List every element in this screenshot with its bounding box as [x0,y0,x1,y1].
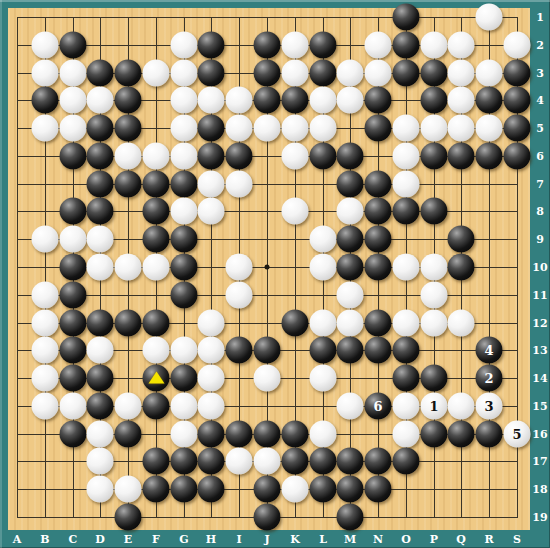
stone-H3-black[interactable] [198,60,225,87]
stone-D12-black[interactable] [87,310,114,337]
row-label-16: 16 [532,428,547,441]
stone-G17-black[interactable] [171,448,198,475]
stone-F18-black[interactable] [143,476,170,503]
row-label-9: 9 [536,233,544,246]
stone-L6-black[interactable] [310,143,337,170]
stone-I7-white[interactable] [226,171,253,198]
stone-M12-white[interactable] [337,310,364,337]
stone-E16-black[interactable] [115,421,142,448]
move-number-label: 6 [373,400,382,413]
stone-J3-black[interactable] [254,60,281,87]
stone-O10-white[interactable] [393,254,420,281]
stone-L17-black[interactable] [310,448,337,475]
stone-M15-white[interactable] [337,393,364,420]
stone-E4-black[interactable] [115,87,142,114]
stone-E19-black[interactable] [115,504,142,531]
stone-R6-black[interactable] [476,143,503,170]
row-label-3: 3 [536,67,544,80]
stone-K16-black[interactable] [282,421,309,448]
row-label-7: 7 [536,178,544,191]
stone-G4-white[interactable] [171,87,198,114]
stone-E10-white[interactable] [115,254,142,281]
stone-L3-black[interactable] [310,60,337,87]
stone-D14-black[interactable] [87,365,114,392]
col-label-P: P [430,533,438,546]
stone-P8-black[interactable] [421,198,448,225]
stone-O8-black[interactable] [393,198,420,225]
col-label-L: L [319,533,327,546]
stone-C10-black[interactable] [60,254,87,281]
go-client-window: 426135 ABCDEFGHIJKLMNOPQRS 1234567891011… [0,0,550,548]
stone-D16-white[interactable] [87,421,114,448]
stone-P6-black[interactable] [421,143,448,170]
stone-R1-white[interactable] [476,4,503,31]
stone-R13-black[interactable]: 4 [476,337,503,364]
hoshi-point [265,265,270,270]
stone-H15-white[interactable] [198,393,225,420]
row-label-13: 13 [532,344,547,357]
stone-N2-white[interactable] [365,32,392,59]
stone-O2-black[interactable] [393,32,420,59]
stone-P2-white[interactable] [421,32,448,59]
col-label-O: O [401,533,411,546]
stone-S3-black[interactable] [504,60,531,87]
stone-N7-black[interactable] [365,171,392,198]
stone-Q6-black[interactable] [448,143,475,170]
stone-K5-white[interactable] [282,115,309,142]
stone-G10-black[interactable] [171,254,198,281]
stone-I13-black[interactable] [226,337,253,364]
stone-O13-black[interactable] [393,337,420,364]
col-label-M: M [344,533,356,546]
stone-P11-white[interactable] [421,282,448,309]
stone-B13-white[interactable] [32,337,59,364]
stone-B9-white[interactable] [32,226,59,253]
stone-S5-black[interactable] [504,115,531,142]
stone-F3-white[interactable] [143,60,170,87]
col-label-B: B [40,533,49,546]
stone-Q12-white[interactable] [448,310,475,337]
stone-J17-white[interactable] [254,448,281,475]
stone-G3-white[interactable] [171,60,198,87]
stone-H14-white[interactable] [198,365,225,392]
stone-O1-black[interactable] [393,4,420,31]
row-label-15: 15 [532,400,547,413]
stone-M10-black[interactable] [337,254,364,281]
stone-D18-white[interactable] [87,476,114,503]
stone-C3-white[interactable] [60,60,87,87]
stone-C13-black[interactable] [60,337,87,364]
row-label-12: 12 [532,317,547,330]
stone-B12-white[interactable] [32,310,59,337]
stone-L9-white[interactable] [310,226,337,253]
stone-J4-black[interactable] [254,87,281,114]
stone-D6-black[interactable] [87,143,114,170]
stone-H12-white[interactable] [198,310,225,337]
col-label-R: R [484,533,493,546]
row-label-10: 10 [532,261,547,274]
stone-H8-white[interactable] [198,198,225,225]
stone-L2-black[interactable] [310,32,337,59]
stone-E15-white[interactable] [115,393,142,420]
stone-B3-white[interactable] [32,60,59,87]
triangle-marker-icon [148,371,164,383]
col-label-N: N [373,533,383,546]
stone-F9-black[interactable] [143,226,170,253]
stone-Q5-white[interactable] [448,115,475,142]
stone-L5-white[interactable] [310,115,337,142]
stone-Q3-white[interactable] [448,60,475,87]
col-label-I: I [236,533,241,546]
stone-D7-black[interactable] [87,171,114,198]
stone-N18-black[interactable] [365,476,392,503]
stone-G15-white[interactable] [171,393,198,420]
stone-M8-white[interactable] [337,198,364,225]
stone-S6-black[interactable] [504,143,531,170]
col-label-G: G [179,533,188,546]
stone-H7-white[interactable] [198,171,225,198]
stone-D10-white[interactable] [87,254,114,281]
stone-R14-black[interactable]: 2 [476,365,503,392]
stone-K4-black[interactable] [282,87,309,114]
stone-D3-black[interactable] [87,60,114,87]
stone-J19-black[interactable] [254,504,281,531]
stone-G9-black[interactable] [171,226,198,253]
stone-D4-white[interactable] [87,87,114,114]
stone-D15-black[interactable] [87,393,114,420]
stone-H5-black[interactable] [198,115,225,142]
stone-M11-white[interactable] [337,282,364,309]
stone-P14-black[interactable] [421,365,448,392]
move-number-label: 4 [484,344,493,357]
stone-N15-black[interactable]: 6 [365,393,392,420]
stone-C14-black[interactable] [60,365,87,392]
stone-E12-black[interactable] [115,310,142,337]
stone-L10-white[interactable] [310,254,337,281]
stone-G8-white[interactable] [171,198,198,225]
stone-C11-black[interactable] [60,282,87,309]
stone-J2-black[interactable] [254,32,281,59]
stone-I16-black[interactable] [226,421,253,448]
stone-H18-black[interactable] [198,476,225,503]
row-label-8: 8 [536,205,544,218]
stone-Q4-white[interactable] [448,87,475,114]
stone-J13-black[interactable] [254,337,281,364]
col-label-A: A [13,533,22,546]
stone-K17-black[interactable] [282,448,309,475]
stone-O14-black[interactable] [393,365,420,392]
stone-I17-white[interactable] [226,448,253,475]
stone-N13-black[interactable] [365,337,392,364]
stone-M13-black[interactable] [337,337,364,364]
stone-R4-black[interactable] [476,87,503,114]
go-board[interactable]: 426135 [8,8,530,530]
stone-C4-white[interactable] [60,87,87,114]
stone-M4-white[interactable] [337,87,364,114]
row-label-4: 4 [536,94,544,107]
stone-P15-white[interactable]: 1 [421,393,448,420]
stone-S4-black[interactable] [504,87,531,114]
stone-G18-black[interactable] [171,476,198,503]
stone-G7-black[interactable] [171,171,198,198]
stone-M17-black[interactable] [337,448,364,475]
stone-M9-black[interactable] [337,226,364,253]
stone-F8-black[interactable] [143,198,170,225]
move-number-label: 1 [429,400,438,413]
stone-L16-white[interactable] [310,421,337,448]
stone-N4-black[interactable] [365,87,392,114]
row-label-19: 19 [532,511,547,524]
stone-R16-black[interactable] [476,421,503,448]
stone-O17-black[interactable] [393,448,420,475]
stone-G13-white[interactable] [171,337,198,364]
stone-H2-black[interactable] [198,32,225,59]
stone-I10-white[interactable] [226,254,253,281]
col-label-E: E [124,533,132,546]
stone-N5-black[interactable] [365,115,392,142]
stone-I6-black[interactable] [226,143,253,170]
stone-I4-white[interactable] [226,87,253,114]
stone-L12-white[interactable] [310,310,337,337]
stone-Q10-black[interactable] [448,254,475,281]
stone-F12-black[interactable] [143,310,170,337]
stone-O12-white[interactable] [393,310,420,337]
stone-K3-white[interactable] [282,60,309,87]
row-label-14: 14 [532,372,547,385]
move-number-label: 3 [484,400,493,413]
stone-F13-white[interactable] [143,337,170,364]
row-label-5: 5 [536,122,544,135]
stone-F14-black[interactable] [143,365,170,392]
stone-F17-black[interactable] [143,448,170,475]
stone-L4-white[interactable] [310,87,337,114]
stone-M18-black[interactable] [337,476,364,503]
stone-N12-black[interactable] [365,310,392,337]
stone-J5-white[interactable] [254,115,281,142]
stone-J16-black[interactable] [254,421,281,448]
stone-C12-black[interactable] [60,310,87,337]
stone-E6-white[interactable] [115,143,142,170]
stone-C16-black[interactable] [60,421,87,448]
row-label-17: 17 [532,455,547,468]
stone-O5-white[interactable] [393,115,420,142]
stone-M6-black[interactable] [337,143,364,170]
row-label-6: 6 [536,150,544,163]
stone-Q2-white[interactable] [448,32,475,59]
stone-Q16-black[interactable] [448,421,475,448]
stone-K6-white[interactable] [282,143,309,170]
col-label-D: D [95,533,105,546]
stone-B14-white[interactable] [32,365,59,392]
stone-F6-white[interactable] [143,143,170,170]
stone-P12-white[interactable] [421,310,448,337]
stone-O16-white[interactable] [393,421,420,448]
stone-R3-white[interactable] [476,60,503,87]
stone-B4-black[interactable] [32,87,59,114]
stone-L18-black[interactable] [310,476,337,503]
stone-D5-black[interactable] [87,115,114,142]
stone-C8-black[interactable] [60,198,87,225]
stone-K18-white[interactable] [282,476,309,503]
stone-M3-white[interactable] [337,60,364,87]
stone-H16-black[interactable] [198,421,225,448]
stone-B5-white[interactable] [32,115,59,142]
stone-N10-black[interactable] [365,254,392,281]
stone-M19-black[interactable] [337,504,364,531]
col-label-C: C [69,533,78,546]
col-label-F: F [152,533,160,546]
stone-C9-white[interactable] [60,226,87,253]
stone-J18-black[interactable] [254,476,281,503]
stone-R5-white[interactable] [476,115,503,142]
stone-D8-black[interactable] [87,198,114,225]
stone-N17-black[interactable] [365,448,392,475]
stone-K12-black[interactable] [282,310,309,337]
col-label-K: K [290,533,300,546]
stone-N3-white[interactable] [365,60,392,87]
row-label-11: 11 [532,289,547,302]
stone-E18-white[interactable] [115,476,142,503]
stone-G11-black[interactable] [171,282,198,309]
stone-E3-black[interactable] [115,60,142,87]
stone-E7-black[interactable] [115,171,142,198]
stone-S16-white[interactable]: 5 [504,421,531,448]
stone-H17-black[interactable] [198,448,225,475]
stone-P16-black[interactable] [421,421,448,448]
stone-I11-white[interactable] [226,282,253,309]
stone-O6-white[interactable] [393,143,420,170]
move-number-label: 5 [512,428,521,441]
stone-F7-black[interactable] [143,171,170,198]
stone-C5-white[interactable] [60,115,87,142]
stone-C6-black[interactable] [60,143,87,170]
stone-P4-black[interactable] [421,87,448,114]
stone-G5-white[interactable] [171,115,198,142]
row-label-18: 18 [532,483,547,496]
stone-H4-white[interactable] [198,87,225,114]
stone-K8-white[interactable] [282,198,309,225]
stone-H6-black[interactable] [198,143,225,170]
col-label-Q: Q [456,533,466,546]
stone-P5-white[interactable] [421,115,448,142]
col-label-H: H [206,533,216,546]
stone-B2-white[interactable] [32,32,59,59]
stone-O3-black[interactable] [393,60,420,87]
stone-D17-white[interactable] [87,448,114,475]
row-label-1: 1 [536,11,544,24]
move-number-label: 2 [484,372,493,385]
stone-L14-white[interactable] [310,365,337,392]
stone-F10-white[interactable] [143,254,170,281]
col-label-J: J [264,533,269,546]
stone-B11-white[interactable] [32,282,59,309]
stone-C15-white[interactable] [60,393,87,420]
stone-R15-white[interactable]: 3 [476,393,503,420]
row-label-2: 2 [536,39,544,52]
stone-F15-black[interactable] [143,393,170,420]
stone-M7-black[interactable] [337,171,364,198]
stone-P10-white[interactable] [421,254,448,281]
stone-N8-black[interactable] [365,198,392,225]
stone-L13-black[interactable] [310,337,337,364]
col-label-S: S [513,533,521,546]
column-labels: ABCDEFGHIJKLMNOPQRS [0,530,550,548]
row-labels: 12345678910111213141516171819 [530,0,550,530]
stone-Q9-black[interactable] [448,226,475,253]
stone-E5-black[interactable] [115,115,142,142]
stone-J14-white[interactable] [254,365,281,392]
stone-G2-white[interactable] [171,32,198,59]
stone-G16-white[interactable] [171,421,198,448]
stone-Q15-white[interactable] [448,393,475,420]
stone-S2-white[interactable] [504,32,531,59]
stone-D9-white[interactable] [87,226,114,253]
stone-C2-black[interactable] [60,32,87,59]
stone-O7-white[interactable] [393,171,420,198]
stone-H13-white[interactable] [198,337,225,364]
stone-B15-white[interactable] [32,393,59,420]
stone-P3-black[interactable] [421,60,448,87]
stone-K2-white[interactable] [282,32,309,59]
stone-N9-black[interactable] [365,226,392,253]
stone-O15-white[interactable] [393,393,420,420]
stone-G14-black[interactable] [171,365,198,392]
stone-D13-white[interactable] [87,337,114,364]
stone-G6-white[interactable] [171,143,198,170]
stone-I5-white[interactable] [226,115,253,142]
